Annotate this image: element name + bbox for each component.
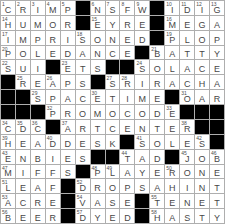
cell-r3c9[interactable]: E [120, 31, 134, 45]
cell-r3c7[interactable]: O [91, 31, 105, 45]
black-cell [31, 105, 45, 119]
cell-letter: S [61, 168, 75, 178]
cell-r9c6[interactable]: R [76, 120, 90, 134]
cell-r8c7[interactable]: M [91, 105, 105, 119]
cell-letter: R [120, 79, 134, 89]
cell-r2c8[interactable]: Y [106, 16, 120, 30]
cell-letter: E [106, 213, 120, 223]
cell-r2c15[interactable]: A [210, 16, 224, 30]
cell-r2c10[interactable]: E [135, 16, 149, 30]
cell-letter: L [165, 139, 179, 149]
cell-letter: B [210, 154, 224, 164]
cell-r7c10[interactable]: M [135, 90, 149, 104]
cell-r13c8[interactable]: O [106, 179, 120, 193]
black-cell [76, 1, 90, 15]
cell-letter: D [180, 5, 194, 15]
cell-r4c14[interactable]: T [195, 46, 209, 60]
cell-r9c13[interactable]: 38R [180, 120, 194, 134]
black-cell [165, 90, 179, 104]
cell-r9c11[interactable]: T [150, 120, 164, 134]
cell-r13c7[interactable]: R [91, 179, 105, 193]
cell-letter: R [91, 183, 105, 193]
cell-r14c9[interactable]: E [120, 194, 134, 208]
cell-letter: T [106, 94, 120, 104]
cell-r3c13[interactable]: L [180, 31, 194, 45]
cell-r11c5[interactable]: E [61, 150, 75, 164]
cell-letter: I [46, 154, 60, 164]
cell-letter: F [46, 183, 60, 193]
cell-r2c5[interactable]: R [61, 16, 75, 30]
cell-r12c1[interactable]: 47M [1, 165, 15, 179]
cell-r8c6[interactable]: O [76, 105, 90, 119]
cell-r12c10[interactable]: Y [135, 165, 149, 179]
cell-r10c6[interactable]: E [76, 135, 90, 149]
cell-r2c13[interactable]: E [180, 16, 194, 30]
cell-r14c2[interactable]: C [16, 194, 30, 208]
cell-r8c4[interactable]: 32P [46, 105, 60, 119]
cell-r13c13[interactable]: I [180, 179, 194, 193]
cell-letter: J [180, 154, 194, 164]
cell-letter: A [195, 94, 209, 104]
cell-r6c5[interactable]: P [61, 75, 75, 89]
cell-r4c1[interactable]: 20P [1, 46, 15, 60]
cell-r10c2[interactable]: E [16, 135, 30, 149]
cell-r8c10[interactable]: O [135, 105, 149, 119]
cell-r1c4[interactable]: 4M [46, 1, 60, 15]
cell-letter: P [1, 49, 15, 59]
cell-letter: T [76, 64, 90, 74]
cell-letter: R [120, 20, 134, 30]
cell-r2c7[interactable]: 15E [91, 16, 105, 30]
cell-r4c2[interactable]: O [16, 46, 30, 60]
cell-letter: A [91, 198, 105, 208]
black-cell [195, 105, 209, 119]
cell-r13c4[interactable]: F [46, 179, 60, 193]
cell-r13c14[interactable]: N [195, 179, 209, 193]
cell-r5c12[interactable]: L [165, 60, 179, 74]
cell-r14c7[interactable]: A [91, 194, 105, 208]
cell-r12c4[interactable]: F [46, 165, 60, 179]
cell-r6c11[interactable]: R [150, 75, 164, 89]
cell-r1c9[interactable]: 8F [120, 1, 134, 15]
cell-r11c2[interactable]: N [16, 150, 30, 164]
cell-letter: K [106, 139, 120, 149]
cell-letter: D [76, 183, 90, 193]
cell-letter: M [135, 94, 149, 104]
cell-letter: L [165, 64, 179, 74]
cell-letter: M [16, 35, 30, 45]
cell-letter: O [180, 168, 194, 178]
cell-r3c6[interactable]: 18S [76, 31, 90, 45]
cell-letter: O [16, 49, 30, 59]
cell-r13c10[interactable]: S [135, 179, 149, 193]
cell-r7c6[interactable]: C [76, 90, 90, 104]
cell-r15c13[interactable]: S [180, 209, 194, 223]
cell-r9c3[interactable]: 36C [31, 120, 45, 134]
cell-r4c5[interactable]: D [61, 46, 75, 60]
cell-r15c3[interactable]: E [31, 209, 45, 223]
cell-letter: L [106, 168, 120, 178]
cell-letter: E [61, 64, 75, 74]
cell-letter: E [120, 198, 134, 208]
cell-letter: E [16, 183, 30, 193]
cell-r3c4[interactable]: R [46, 31, 60, 45]
cell-r6c12[interactable]: A [165, 75, 179, 89]
cell-letter: S [31, 94, 45, 104]
cell-r6c6[interactable]: S [76, 75, 90, 89]
cell-r11c4[interactable]: I [46, 150, 60, 164]
cell-r5c5[interactable]: 23E [61, 60, 75, 74]
cell-r9c2[interactable]: 35D [16, 120, 30, 134]
cell-letter: I [165, 5, 179, 15]
cell-letter: T [150, 198, 164, 208]
cell-letter: E [46, 49, 60, 59]
cell-r1c3[interactable]: 3I [31, 1, 45, 15]
cell-r1c1[interactable]: 1C [1, 1, 15, 15]
cell-r4c9[interactable]: E [120, 46, 134, 60]
cell-r1c13[interactable]: 11D [180, 1, 194, 15]
cell-r5c15[interactable]: E [210, 60, 224, 74]
cell-r2c3[interactable]: M [31, 16, 45, 30]
cell-r12c7[interactable]: 48P [91, 165, 105, 179]
cell-r14c14[interactable]: E [195, 194, 209, 208]
cell-r1c5[interactable]: 5P [61, 1, 75, 15]
cell-letter: O [76, 109, 90, 119]
cell-letter: P [91, 168, 105, 178]
cell-r6c3[interactable]: E [31, 75, 45, 89]
cell-r4c11[interactable]: 21B [150, 46, 164, 60]
cell-letter: E [165, 198, 179, 208]
cell-r2c12[interactable]: 16M [165, 16, 179, 30]
black-cell [16, 105, 30, 119]
cell-r12c2[interactable]: I [16, 165, 30, 179]
cell-r10c13[interactable]: E [180, 135, 194, 149]
cell-r6c14[interactable]: H [195, 75, 209, 89]
cell-letter: P [46, 109, 60, 119]
cell-r12c13[interactable]: O [180, 165, 194, 179]
cell-r12c9[interactable]: A [120, 165, 134, 179]
cell-r10c4[interactable]: 40D [46, 135, 60, 149]
cell-r14c4[interactable]: E [46, 194, 60, 208]
cell-r14c6[interactable]: 54V [76, 194, 90, 208]
cell-r9c8[interactable]: C [106, 120, 120, 134]
cell-letter: C [16, 198, 30, 208]
cell-r11c9[interactable]: 44T [120, 150, 134, 164]
cell-letter: A [46, 79, 60, 89]
cell-letter: A [61, 94, 75, 104]
cell-r8c8[interactable]: O [106, 105, 120, 119]
cell-r15c1[interactable]: 56B [1, 209, 15, 223]
cell-r13c15[interactable]: T [210, 179, 224, 193]
cell-letter: N [16, 154, 30, 164]
cell-r6c13[interactable]: C [180, 75, 194, 89]
cell-r3c12[interactable]: 19P [165, 31, 179, 45]
black-cell [165, 150, 179, 164]
cell-r6c15[interactable]: A [210, 75, 224, 89]
cell-r15c2[interactable]: E [16, 209, 30, 223]
cell-r3c15[interactable]: P [210, 31, 224, 45]
cell-r10c5[interactable]: D [61, 135, 75, 149]
cell-letter: O [135, 109, 149, 119]
cell-r7c3[interactable]: 29S [31, 90, 45, 104]
cell-r15c14[interactable]: T [195, 209, 209, 223]
cell-letter: R [31, 198, 45, 208]
cell-r14c11[interactable]: 55T [150, 194, 164, 208]
cell-r7c5[interactable]: A [61, 90, 75, 104]
cell-r15c8[interactable]: E [106, 209, 120, 223]
cell-r2c1[interactable]: 14H [1, 16, 15, 30]
cell-r1c10[interactable]: 9W [135, 1, 149, 15]
cell-r12c3[interactable]: F [31, 165, 45, 179]
cell-r13c2[interactable]: E [16, 179, 30, 193]
cell-letter: T [195, 49, 209, 59]
cell-letter: G [210, 5, 224, 15]
cell-letter: R [76, 124, 90, 134]
cell-letter: R [46, 35, 60, 45]
cell-letter: I [180, 183, 194, 193]
cell-letter: P [165, 35, 179, 45]
cell-letter: D [61, 139, 75, 149]
cell-r9c1[interactable]: 34C [1, 120, 15, 134]
cell-r10c14[interactable]: 42S [195, 135, 209, 149]
cell-r6c9[interactable]: 28R [120, 75, 134, 89]
cell-letter: R [61, 20, 75, 30]
cell-r13c9[interactable]: P [120, 179, 134, 193]
cell-letter: I [31, 64, 45, 74]
cell-letter: O [150, 139, 164, 149]
cell-r10c3[interactable]: A [31, 135, 45, 149]
cell-r8c5[interactable]: R [61, 105, 75, 119]
black-cell [180, 105, 194, 119]
cell-r4c13[interactable]: T [180, 46, 194, 60]
cell-r13c1[interactable]: 51L [1, 179, 15, 193]
cell-letter: R [210, 94, 224, 104]
cell-r13c3[interactable]: A [31, 179, 45, 193]
cell-r6c2[interactable]: 25R [16, 75, 30, 89]
cell-r2c2[interactable]: U [16, 16, 30, 30]
cell-letter: T [210, 183, 224, 193]
cell-letter: A [1, 198, 15, 208]
cell-r2c14[interactable]: G [195, 16, 209, 30]
cell-letter: S [1, 64, 15, 74]
cell-letter: A [61, 124, 75, 134]
cell-r15c7[interactable]: Y [91, 209, 105, 223]
cell-r11c15[interactable]: 46B [210, 150, 224, 164]
cell-r3c8[interactable]: N [106, 31, 120, 45]
cell-letter: E [120, 49, 134, 59]
cell-r11c11[interactable]: D [150, 150, 164, 164]
cell-letter: S [135, 64, 149, 74]
cell-r10c10[interactable]: 41S [135, 135, 149, 149]
cell-r10c7[interactable]: S [91, 135, 105, 149]
cell-letter: A [165, 213, 179, 223]
cell-r6c4[interactable]: 26A [46, 75, 60, 89]
cell-r15c12[interactable]: A [165, 209, 179, 223]
cell-r1c15[interactable]: 13G [210, 1, 224, 15]
cell-r14c13[interactable]: N [180, 194, 194, 208]
cell-letter: D [76, 213, 90, 223]
cell-r3c2[interactable]: M [16, 31, 30, 45]
cell-letter: N [91, 5, 105, 15]
cell-r3c3[interactable]: P [31, 31, 45, 45]
cell-letter: P [210, 35, 224, 45]
cell-r3c10[interactable]: D [135, 31, 149, 45]
cell-r1c14[interactable]: 12I [195, 1, 209, 15]
cell-r4c12[interactable]: A [165, 46, 179, 60]
cell-r1c2[interactable]: 2R [16, 1, 30, 15]
cell-r15c9[interactable]: D [120, 209, 134, 223]
cell-r11c13[interactable]: 45J [180, 150, 194, 164]
cell-letter: W [135, 5, 149, 15]
cell-r13c11[interactable]: A [150, 179, 164, 193]
cell-r5c7[interactable]: S [91, 60, 105, 74]
cell-r4c8[interactable]: C [106, 46, 120, 60]
cell-r1c8[interactable]: 7S [106, 1, 120, 15]
cell-r14c1[interactable]: 53A [1, 194, 15, 208]
cell-r7c9[interactable]: I [120, 90, 134, 104]
cell-r5c6[interactable]: T [76, 60, 90, 74]
cell-r14c3[interactable]: R [31, 194, 45, 208]
cell-letter: A [76, 49, 90, 59]
cell-r4c7[interactable]: N [91, 46, 105, 60]
cell-r11c10[interactable]: A [135, 150, 149, 164]
cell-letter: A [165, 49, 179, 59]
cell-r15c15[interactable]: Y [210, 209, 224, 223]
cell-r9c12[interactable]: E [165, 120, 179, 134]
cell-letter: C [31, 124, 45, 134]
cell-letter: E [61, 154, 75, 164]
cell-r13c6[interactable]: 52D [76, 179, 90, 193]
cell-r10c1[interactable]: 39H [1, 135, 15, 149]
cell-r13c12[interactable]: H [165, 179, 179, 193]
cell-r8c11[interactable]: D [150, 105, 164, 119]
black-cell [210, 120, 224, 134]
cell-letter: L [31, 49, 45, 59]
cell-r4c6[interactable]: A [76, 46, 90, 60]
cell-letter: E [16, 213, 30, 223]
black-cell [91, 75, 105, 89]
cell-letter: Y [106, 20, 120, 30]
cell-r3c1[interactable]: 17I [1, 31, 15, 45]
cell-r12c5[interactable]: S [61, 165, 75, 179]
cell-r15c6[interactable]: 57D [76, 209, 90, 223]
cell-r11c3[interactable]: B [31, 150, 45, 164]
cell-letter: U [16, 64, 30, 74]
cell-letter: B [150, 49, 164, 59]
cell-r11c14[interactable]: O [195, 150, 209, 164]
cell-r11c1[interactable]: 43E [1, 150, 15, 164]
cell-letter: N [91, 49, 105, 59]
cell-r12c12[interactable]: 50R [165, 165, 179, 179]
cell-r14c8[interactable]: S [106, 194, 120, 208]
cell-r1c7[interactable]: 6N [91, 1, 105, 15]
cell-letter: R [16, 5, 30, 15]
cell-r8c12[interactable]: 33E [165, 105, 179, 119]
cell-r7c14[interactable]: A [195, 90, 209, 104]
cell-r10c8[interactable]: K [106, 135, 120, 149]
cell-r12c11[interactable]: E [150, 165, 164, 179]
cell-r7c4[interactable]: P [46, 90, 60, 104]
cell-r5c14[interactable]: C [195, 60, 209, 74]
cell-r3c14[interactable]: O [195, 31, 209, 45]
cell-r9c5[interactable]: 37A [61, 120, 75, 134]
cell-r9c7[interactable]: T [91, 120, 105, 134]
cell-letter: N [180, 198, 194, 208]
cell-r2c4[interactable]: O [46, 16, 60, 30]
cell-letter: F [120, 5, 134, 15]
cell-r6c8[interactable]: 27S [106, 75, 120, 89]
cell-r9c9[interactable]: E [120, 120, 134, 134]
cell-letter: C [106, 124, 120, 134]
cell-letter: E [46, 198, 60, 208]
cell-r12c8[interactable]: 49L [106, 165, 120, 179]
cell-r5c2[interactable]: U [16, 60, 30, 74]
cell-letter: S [91, 64, 105, 74]
cell-letter: E [210, 64, 224, 74]
cell-r5c1[interactable]: 22S [1, 60, 15, 74]
cell-r10c11[interactable]: O [150, 135, 164, 149]
cell-letter: F [46, 168, 60, 178]
cell-letter: R [180, 124, 194, 134]
cell-letter: D [135, 35, 149, 45]
cell-letter: A [120, 168, 134, 178]
cell-r7c11[interactable]: E [150, 90, 164, 104]
cell-r12c15[interactable]: E [210, 165, 224, 179]
cell-letter: L [180, 35, 194, 45]
cell-r14c15[interactable]: T [210, 194, 224, 208]
cell-letter: M [91, 109, 105, 119]
cell-r2c9[interactable]: R [120, 16, 134, 30]
cell-r7c15[interactable]: R [210, 90, 224, 104]
cell-r15c11[interactable]: 58H [150, 209, 164, 223]
cell-r9c10[interactable]: N [135, 120, 149, 134]
black-cell [1, 75, 15, 89]
cell-r12c14[interactable]: N [195, 165, 209, 179]
cell-r5c13[interactable]: A [180, 60, 194, 74]
cell-r8c9[interactable]: C [120, 105, 134, 119]
cell-letter: C [1, 5, 15, 15]
cell-letter: A [31, 139, 45, 149]
black-cell [46, 120, 60, 134]
cell-r14c12[interactable]: E [165, 194, 179, 208]
cell-r11c6[interactable]: S [76, 150, 90, 164]
cell-letter: H [195, 79, 209, 89]
cell-letter: D [46, 139, 60, 149]
cell-r5c3[interactable]: I [31, 60, 45, 74]
cell-letter: I [120, 94, 134, 104]
cell-r3c5[interactable]: I [61, 31, 75, 45]
cell-r4c4[interactable]: E [46, 46, 60, 60]
cell-r4c3[interactable]: L [31, 46, 45, 60]
cell-r1c12[interactable]: 10I [165, 1, 179, 15]
cell-r4c15[interactable]: Y [210, 46, 224, 60]
cell-letter: E [165, 124, 179, 134]
cell-letter: N [106, 35, 120, 45]
cell-r7c7[interactable]: 30E [91, 90, 105, 104]
cell-r5c11[interactable]: O [150, 60, 164, 74]
cell-letter: E [120, 124, 134, 134]
cell-letter: E [150, 168, 164, 178]
cell-letter: T [195, 213, 209, 223]
cell-r7c13[interactable]: 31O [180, 90, 194, 104]
cell-r6c10[interactable]: I [135, 75, 149, 89]
cell-r15c4[interactable]: R [46, 209, 60, 223]
cell-r10c12[interactable]: L [165, 135, 179, 149]
cell-r5c10[interactable]: 24S [135, 60, 149, 74]
black-cell [120, 135, 134, 149]
cell-letter: I [16, 168, 30, 178]
cell-r7c8[interactable]: T [106, 90, 120, 104]
